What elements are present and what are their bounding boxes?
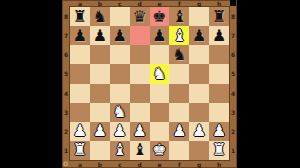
- square-b5[interactable]: [90, 64, 110, 83]
- square-h4[interactable]: [209, 84, 229, 103]
- rank-label-3: 3: [229, 103, 237, 122]
- square-f8[interactable]: ♝: [169, 7, 189, 26]
- piece-white-pawn[interactable]: ♟: [192, 123, 206, 139]
- file-label-e: e: [150, 160, 170, 168]
- file-label-h: h: [209, 160, 229, 168]
- square-e4[interactable]: [150, 84, 170, 103]
- square-b6[interactable]: [90, 45, 110, 64]
- file-label-g: g: [189, 0, 209, 7]
- square-g4[interactable]: [189, 84, 209, 103]
- rank-label-5: 5: [229, 64, 237, 83]
- piece-white-pawn[interactable]: ♟: [73, 123, 87, 139]
- square-e6[interactable]: [150, 45, 170, 64]
- square-h1[interactable]: ♜: [209, 141, 229, 160]
- rank-label-4: 4: [62, 84, 70, 103]
- square-h6[interactable]: [209, 45, 229, 64]
- rank-label-5: 5: [62, 64, 70, 83]
- file-label-d: d: [130, 160, 150, 168]
- piece-white-pawn[interactable]: ♟: [113, 123, 127, 139]
- piece-white-knight[interactable]: ♞: [152, 65, 166, 81]
- piece-black-rook[interactable]: ♜: [212, 8, 226, 24]
- rank-labels-left: 87654321: [62, 7, 70, 160]
- square-f1[interactable]: [169, 141, 189, 160]
- square-e5[interactable]: ♞: [150, 64, 170, 83]
- square-b4[interactable]: [90, 84, 110, 103]
- piece-white-pawn[interactable]: ♟: [212, 123, 226, 139]
- piece-black-pawn[interactable]: ♟: [192, 27, 206, 43]
- file-label-b: b: [90, 160, 110, 168]
- piece-black-knight[interactable]: ♞: [172, 46, 186, 62]
- piece-black-bishop[interactable]: ♝: [172, 8, 186, 24]
- chess-board-frame: abcdefgh abcdefgh 87654321 87654321 ♜♞♛♚…: [62, 0, 237, 168]
- square-c6[interactable]: [110, 45, 130, 64]
- file-label-c: c: [110, 160, 130, 168]
- square-b8[interactable]: ♞: [90, 7, 110, 26]
- square-e3[interactable]: [150, 103, 170, 122]
- square-c7[interactable]: ♟: [110, 26, 130, 45]
- rank-label-3: 3: [62, 103, 70, 122]
- square-h5[interactable]: [209, 64, 229, 83]
- piece-white-pawn[interactable]: ♟: [93, 123, 107, 139]
- square-e8[interactable]: ♚: [150, 7, 170, 26]
- square-a7[interactable]: ♟: [70, 26, 90, 45]
- square-e1[interactable]: ♚: [150, 141, 170, 160]
- square-h7[interactable]: ♟: [209, 26, 229, 45]
- square-g7[interactable]: ♟: [189, 26, 209, 45]
- square-g2[interactable]: ♟: [189, 122, 209, 141]
- piece-black-pawn[interactable]: ♟: [113, 27, 127, 43]
- piece-black-king[interactable]: ♚: [152, 8, 166, 24]
- square-d6[interactable]: [130, 45, 150, 64]
- piece-black-pawn[interactable]: ♟: [212, 27, 226, 43]
- piece-white-knight[interactable]: ♞: [113, 104, 127, 120]
- piece-black-queen[interactable]: ♛: [132, 8, 146, 24]
- rank-label-4: 4: [229, 84, 237, 103]
- square-a2[interactable]: ♟: [70, 122, 90, 141]
- piece-black-pawn[interactable]: ♟: [152, 27, 166, 43]
- rank-label-2: 2: [229, 122, 237, 141]
- rank-label-6: 6: [62, 45, 70, 64]
- file-labels-bottom: abcdefgh: [70, 160, 229, 168]
- file-label-a: a: [70, 160, 90, 168]
- square-d8[interactable]: ♛: [130, 7, 150, 26]
- piece-black-pawn[interactable]: ♟: [73, 27, 87, 43]
- file-label-c: c: [110, 0, 130, 7]
- piece-white-rook[interactable]: ♜: [212, 142, 226, 158]
- square-h3[interactable]: [209, 103, 229, 122]
- square-d5[interactable]: [130, 64, 150, 83]
- square-a8[interactable]: ♜: [70, 7, 90, 26]
- piece-black-rook[interactable]: ♜: [73, 8, 87, 24]
- piece-black-knight[interactable]: ♞: [93, 8, 107, 24]
- corner-logo: O: [63, 160, 68, 167]
- corner-mark: [230, 0, 236, 6]
- square-h2[interactable]: ♟: [209, 122, 229, 141]
- square-f3[interactable]: [169, 103, 189, 122]
- square-d4[interactable]: [130, 84, 150, 103]
- square-c8[interactable]: [110, 7, 130, 26]
- square-a3[interactable]: [70, 103, 90, 122]
- square-f4[interactable]: [169, 84, 189, 103]
- rank-label-2: 2: [62, 122, 70, 141]
- square-e2[interactable]: [150, 122, 170, 141]
- file-label-g: g: [189, 160, 209, 168]
- square-c5[interactable]: [110, 64, 130, 83]
- file-label-f: f: [169, 160, 189, 168]
- square-d1[interactable]: ♝: [130, 141, 150, 160]
- square-e7[interactable]: ♟: [150, 26, 170, 45]
- square-c2[interactable]: ♟: [110, 122, 130, 141]
- piece-white-rook[interactable]: ♜: [73, 142, 87, 158]
- square-a1[interactable]: ♜: [70, 141, 90, 160]
- rank-label-6: 6: [229, 45, 237, 64]
- app-background: abcdefgh abcdefgh 87654321 87654321 ♜♞♛♚…: [0, 0, 300, 168]
- square-b3[interactable]: [90, 103, 110, 122]
- square-c4[interactable]: [110, 84, 130, 103]
- rank-label-7: 7: [229, 26, 237, 45]
- rank-label-1: 1: [229, 141, 237, 160]
- square-b7[interactable]: ♟: [90, 26, 110, 45]
- square-f6[interactable]: ♞: [169, 45, 189, 64]
- rank-label-1: 1: [62, 141, 70, 160]
- piece-white-pawn[interactable]: ♟: [172, 123, 186, 139]
- square-g3[interactable]: [189, 103, 209, 122]
- square-f5[interactable]: [169, 64, 189, 83]
- rank-label-8: 8: [62, 7, 70, 26]
- rank-label-8: 8: [229, 7, 237, 26]
- square-c3[interactable]: ♞: [110, 103, 130, 122]
- square-h8[interactable]: ♜: [209, 7, 229, 26]
- square-d3[interactable]: [130, 103, 150, 122]
- square-f2[interactable]: ♟: [169, 122, 189, 141]
- square-a6[interactable]: [70, 45, 90, 64]
- piece-white-bishop[interactable]: ♝: [172, 27, 186, 43]
- square-b2[interactable]: ♟: [90, 122, 110, 141]
- square-d7[interactable]: [130, 26, 150, 45]
- square-g6[interactable]: [189, 45, 209, 64]
- chess-board: ♜♞♛♚♝♜♟♟♟♟♝♟♟♞♞♞♟♟♟♟♟♟♟♜♝♝♚♜: [70, 7, 229, 160]
- square-g8[interactable]: [189, 7, 209, 26]
- piece-black-pawn[interactable]: ♟: [93, 27, 107, 43]
- square-b1[interactable]: [90, 141, 110, 160]
- square-a4[interactable]: [70, 84, 90, 103]
- piece-white-king[interactable]: ♚: [152, 142, 166, 158]
- rank-label-7: 7: [62, 26, 70, 45]
- piece-black-bishop[interactable]: ♝: [132, 142, 146, 158]
- square-a5[interactable]: [70, 64, 90, 83]
- piece-white-bishop[interactable]: ♝: [113, 142, 127, 158]
- square-f7[interactable]: ♝: [169, 26, 189, 45]
- square-d2[interactable]: ♟: [130, 122, 150, 141]
- square-c1[interactable]: ♝: [110, 141, 130, 160]
- rank-labels-right: 87654321: [229, 7, 237, 160]
- square-g5[interactable]: [189, 64, 209, 83]
- piece-white-pawn[interactable]: ♟: [132, 123, 146, 139]
- square-g1[interactable]: [189, 141, 209, 160]
